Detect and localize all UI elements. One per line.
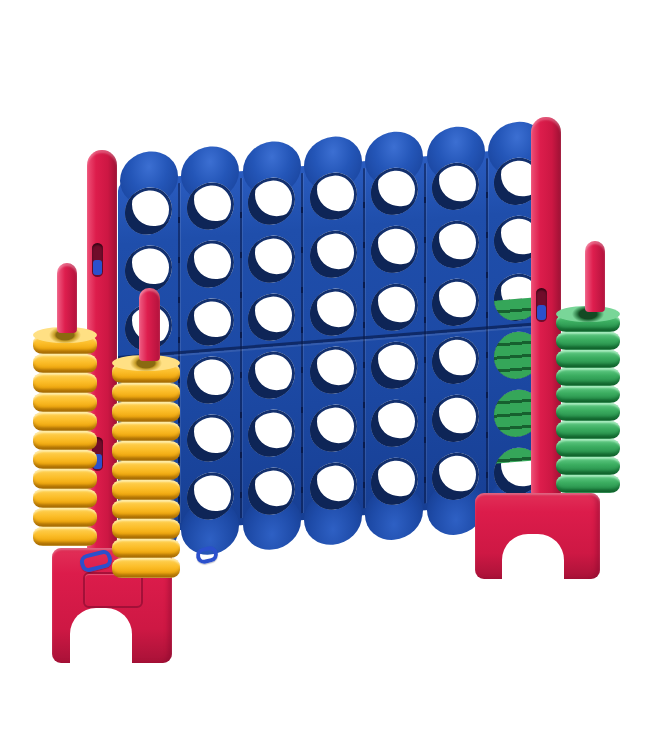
green-disc (556, 403, 620, 421)
yellow-disc (112, 500, 180, 520)
yellow-disc (112, 441, 180, 461)
latch-slot (536, 288, 547, 322)
disc-storage-pole-left-back (57, 263, 77, 333)
green-disc (556, 386, 620, 404)
green-disc (556, 332, 620, 350)
product-photo-canvas (0, 0, 650, 750)
green-disc (556, 439, 620, 457)
yellow-disc (112, 539, 180, 559)
latch-slot (92, 243, 103, 277)
green-disc (556, 475, 620, 493)
green-disc (556, 368, 620, 386)
yellow-disc (33, 508, 97, 527)
latch-blue-pin (537, 305, 546, 320)
green-disc (556, 457, 620, 475)
yellow-disc (33, 489, 97, 508)
yellow-disc (33, 373, 97, 392)
yellow-disc (112, 558, 180, 578)
yellow-disc (112, 422, 180, 442)
yellow-disc (33, 527, 97, 546)
yellow-disc (33, 469, 97, 488)
green-disc (556, 421, 620, 439)
green-disc (556, 350, 620, 368)
disc-stack-left-back-pole (33, 335, 97, 546)
yellow-disc (112, 519, 180, 539)
leg-arch-cutout (502, 534, 564, 580)
yellow-disc (112, 480, 180, 500)
leg-arch-cutout (70, 608, 132, 664)
disc-storage-pole-right-front (585, 241, 605, 312)
yellow-disc (33, 431, 97, 450)
yellow-disc (33, 450, 97, 469)
disc-storage-pole-left-front (139, 288, 160, 361)
frame-leg-right (475, 493, 600, 579)
yellow-disc (33, 393, 97, 412)
latch-blue-pin (93, 260, 102, 275)
disc-stack-right-front-pole (556, 314, 620, 493)
yellow-disc (112, 383, 180, 403)
yellow-disc (33, 354, 97, 373)
yellow-disc (112, 402, 180, 422)
disc-stack-left-front-pole (112, 363, 180, 578)
yellow-disc (33, 412, 97, 431)
yellow-disc (112, 461, 180, 481)
